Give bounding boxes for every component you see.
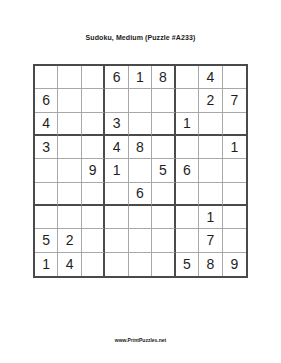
cell-r6c2[interactable] bbox=[58, 183, 81, 206]
cell-r7c2[interactable] bbox=[58, 206, 81, 229]
cell-r7c4[interactable] bbox=[105, 206, 128, 229]
cell-r4c9[interactable]: 1 bbox=[223, 136, 246, 159]
cell-r3c1[interactable]: 4 bbox=[35, 113, 58, 136]
cell-r9c1[interactable]: 1 bbox=[35, 253, 58, 276]
cell-r5c1[interactable] bbox=[35, 159, 58, 182]
cell-r6c9[interactable] bbox=[223, 183, 246, 206]
puzzle-title: Sudoku, Medium (Puzzle #A233) bbox=[0, 33, 281, 43]
cell-r9c5[interactable] bbox=[129, 253, 152, 276]
cell-r8c5[interactable] bbox=[129, 229, 152, 252]
cell-r1c6[interactable]: 8 bbox=[152, 66, 175, 89]
cell-r3c5[interactable] bbox=[129, 113, 152, 136]
cell-r2c5[interactable] bbox=[129, 89, 152, 112]
cell-r8c7[interactable] bbox=[176, 229, 199, 252]
cell-r8c9[interactable] bbox=[223, 229, 246, 252]
cell-r8c2[interactable]: 2 bbox=[58, 229, 81, 252]
cell-r5c3[interactable]: 9 bbox=[82, 159, 105, 182]
cell-r1c7[interactable] bbox=[176, 66, 199, 89]
cell-r9c2[interactable]: 4 bbox=[58, 253, 81, 276]
cell-r2c3[interactable] bbox=[82, 89, 105, 112]
cell-r7c6[interactable] bbox=[152, 206, 175, 229]
cell-r1c4[interactable]: 6 bbox=[105, 66, 128, 89]
cell-r7c3[interactable] bbox=[82, 206, 105, 229]
sudoku-grid: 6184627431348191566152714589 bbox=[33, 64, 248, 278]
cell-r1c5[interactable]: 1 bbox=[129, 66, 152, 89]
cell-r9c8[interactable]: 8 bbox=[199, 253, 222, 276]
cell-r6c4[interactable] bbox=[105, 183, 128, 206]
cell-r4c7[interactable] bbox=[176, 136, 199, 159]
cell-r6c1[interactable] bbox=[35, 183, 58, 206]
cell-r9c3[interactable] bbox=[82, 253, 105, 276]
cell-r6c5[interactable]: 6 bbox=[129, 183, 152, 206]
cell-r3c2[interactable] bbox=[58, 113, 81, 136]
cell-r2c9[interactable]: 7 bbox=[223, 89, 246, 112]
cell-r9c6[interactable] bbox=[152, 253, 175, 276]
cell-r5c2[interactable] bbox=[58, 159, 81, 182]
cell-r3c7[interactable]: 1 bbox=[176, 113, 199, 136]
cell-r1c8[interactable]: 4 bbox=[199, 66, 222, 89]
cell-r2c1[interactable]: 6 bbox=[35, 89, 58, 112]
cell-r3c3[interactable] bbox=[82, 113, 105, 136]
cell-r5c9[interactable] bbox=[223, 159, 246, 182]
cell-r4c2[interactable] bbox=[58, 136, 81, 159]
cell-r3c6[interactable] bbox=[152, 113, 175, 136]
cell-r8c4[interactable] bbox=[105, 229, 128, 252]
cell-r4c4[interactable]: 4 bbox=[105, 136, 128, 159]
cell-r4c1[interactable]: 3 bbox=[35, 136, 58, 159]
cell-r9c9[interactable]: 9 bbox=[223, 253, 246, 276]
cell-r3c9[interactable] bbox=[223, 113, 246, 136]
cell-r5c5[interactable] bbox=[129, 159, 152, 182]
cell-r4c8[interactable] bbox=[199, 136, 222, 159]
cell-r5c7[interactable]: 6 bbox=[176, 159, 199, 182]
cell-r1c1[interactable] bbox=[35, 66, 58, 89]
cell-r6c3[interactable] bbox=[82, 183, 105, 206]
cell-r9c7[interactable]: 5 bbox=[176, 253, 199, 276]
cell-r5c4[interactable]: 1 bbox=[105, 159, 128, 182]
cell-r7c8[interactable]: 1 bbox=[199, 206, 222, 229]
cell-r8c3[interactable] bbox=[82, 229, 105, 252]
page: Sudoku, Medium (Puzzle #A233) 6184627431… bbox=[0, 0, 281, 363]
cell-r2c4[interactable] bbox=[105, 89, 128, 112]
cell-r8c8[interactable]: 7 bbox=[199, 229, 222, 252]
cell-r1c9[interactable] bbox=[223, 66, 246, 89]
cell-r4c5[interactable]: 8 bbox=[129, 136, 152, 159]
cell-r2c6[interactable] bbox=[152, 89, 175, 112]
cell-r3c4[interactable]: 3 bbox=[105, 113, 128, 136]
cell-r7c5[interactable] bbox=[129, 206, 152, 229]
cell-r5c8[interactable] bbox=[199, 159, 222, 182]
cell-r4c3[interactable] bbox=[82, 136, 105, 159]
cell-r6c7[interactable] bbox=[176, 183, 199, 206]
footer-url: www.PrintPuzzles.net bbox=[0, 336, 281, 344]
cell-r6c8[interactable] bbox=[199, 183, 222, 206]
cell-r8c1[interactable]: 5 bbox=[35, 229, 58, 252]
cell-r2c2[interactable] bbox=[58, 89, 81, 112]
cell-r2c7[interactable] bbox=[176, 89, 199, 112]
cell-r5c6[interactable]: 5 bbox=[152, 159, 175, 182]
cell-r9c4[interactable] bbox=[105, 253, 128, 276]
cell-r2c8[interactable]: 2 bbox=[199, 89, 222, 112]
cell-r7c9[interactable] bbox=[223, 206, 246, 229]
cell-r8c6[interactable] bbox=[152, 229, 175, 252]
cell-r1c3[interactable] bbox=[82, 66, 105, 89]
cell-r6c6[interactable] bbox=[152, 183, 175, 206]
cell-r7c7[interactable] bbox=[176, 206, 199, 229]
cell-r4c6[interactable] bbox=[152, 136, 175, 159]
cell-r7c1[interactable] bbox=[35, 206, 58, 229]
cell-r1c2[interactable] bbox=[58, 66, 81, 89]
cell-r3c8[interactable] bbox=[199, 113, 222, 136]
